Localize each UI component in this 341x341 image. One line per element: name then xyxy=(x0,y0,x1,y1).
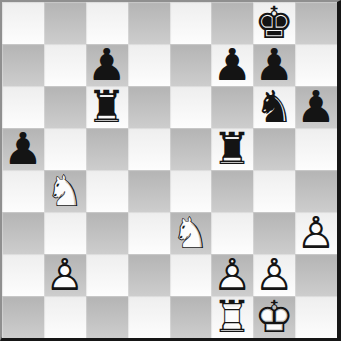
square-f2[interactable]: ♟♙ xyxy=(211,254,253,296)
square-e1[interactable] xyxy=(170,296,212,338)
square-b5[interactable] xyxy=(44,128,86,170)
square-e2[interactable] xyxy=(170,254,212,296)
square-b8[interactable] xyxy=(44,2,86,44)
square-b3[interactable] xyxy=(44,212,86,254)
square-c8[interactable] xyxy=(86,2,128,44)
square-d8[interactable] xyxy=(128,2,170,44)
square-a1[interactable] xyxy=(2,296,44,338)
square-d5[interactable] xyxy=(128,128,170,170)
square-f3[interactable] xyxy=(211,212,253,254)
black-rook-c6: ♜ xyxy=(87,86,126,128)
square-a6[interactable] xyxy=(2,86,44,128)
square-g2[interactable]: ♟♙ xyxy=(253,254,295,296)
square-g6[interactable]: ♞ xyxy=(253,86,295,128)
black-pawn-c7: ♟ xyxy=(87,44,126,86)
white-king-g1: ♚♔ xyxy=(254,296,293,338)
square-d2[interactable] xyxy=(128,254,170,296)
square-h1[interactable] xyxy=(295,296,337,338)
black-king-g8: ♚ xyxy=(254,2,293,44)
square-c5[interactable] xyxy=(86,128,128,170)
square-d7[interactable] xyxy=(128,44,170,86)
square-c4[interactable] xyxy=(86,170,128,212)
square-b4[interactable]: ♞♘ xyxy=(44,170,86,212)
square-d6[interactable] xyxy=(128,86,170,128)
square-d4[interactable] xyxy=(128,170,170,212)
square-a8[interactable] xyxy=(2,2,44,44)
square-e5[interactable] xyxy=(170,128,212,170)
square-c2[interactable] xyxy=(86,254,128,296)
square-g5[interactable] xyxy=(253,128,295,170)
square-c7[interactable]: ♟ xyxy=(86,44,128,86)
square-e4[interactable] xyxy=(170,170,212,212)
white-rook-f1: ♜♖ xyxy=(213,296,252,338)
square-d1[interactable] xyxy=(128,296,170,338)
white-knight-e3: ♞♘ xyxy=(171,212,210,254)
chess-board: ♚♟♟♟♜♞♟♟♜♞♘♞♘♟♙♟♙♟♙♟♙♜♖♚♔ xyxy=(0,0,341,341)
square-a5[interactable]: ♟ xyxy=(2,128,44,170)
square-f8[interactable] xyxy=(211,2,253,44)
white-knight-b4: ♞♘ xyxy=(45,170,84,212)
square-c3[interactable] xyxy=(86,212,128,254)
white-pawn-h3: ♟♙ xyxy=(296,212,335,254)
square-f1[interactable]: ♜♖ xyxy=(211,296,253,338)
square-g8[interactable]: ♚ xyxy=(253,2,295,44)
square-g1[interactable]: ♚♔ xyxy=(253,296,295,338)
square-b7[interactable] xyxy=(44,44,86,86)
square-f4[interactable] xyxy=(211,170,253,212)
square-h5[interactable] xyxy=(295,128,337,170)
square-h2[interactable] xyxy=(295,254,337,296)
square-a3[interactable] xyxy=(2,212,44,254)
square-e6[interactable] xyxy=(170,86,212,128)
square-f6[interactable] xyxy=(211,86,253,128)
square-a2[interactable] xyxy=(2,254,44,296)
black-pawn-f7: ♟ xyxy=(213,44,252,86)
black-knight-g6: ♞ xyxy=(254,86,293,128)
square-f5[interactable]: ♜ xyxy=(211,128,253,170)
black-pawn-h6: ♟ xyxy=(296,86,335,128)
black-pawn-a5: ♟ xyxy=(3,128,42,170)
square-e7[interactable] xyxy=(170,44,212,86)
black-rook-f5: ♜ xyxy=(213,128,252,170)
square-f7[interactable]: ♟ xyxy=(211,44,253,86)
square-c6[interactable]: ♜ xyxy=(86,86,128,128)
square-a7[interactable] xyxy=(2,44,44,86)
white-pawn-b2: ♟♙ xyxy=(45,254,84,296)
square-g7[interactable]: ♟ xyxy=(253,44,295,86)
square-g3[interactable] xyxy=(253,212,295,254)
square-b6[interactable] xyxy=(44,86,86,128)
square-h7[interactable] xyxy=(295,44,337,86)
square-c1[interactable] xyxy=(86,296,128,338)
square-h6[interactable]: ♟ xyxy=(295,86,337,128)
white-pawn-g2: ♟♙ xyxy=(254,254,293,296)
square-e3[interactable]: ♞♘ xyxy=(170,212,212,254)
square-d3[interactable] xyxy=(128,212,170,254)
square-b1[interactable] xyxy=(44,296,86,338)
square-h4[interactable] xyxy=(295,170,337,212)
black-pawn-g7: ♟ xyxy=(254,44,293,86)
square-g4[interactable] xyxy=(253,170,295,212)
square-h8[interactable] xyxy=(295,2,337,44)
white-pawn-f2: ♟♙ xyxy=(213,254,252,296)
square-b2[interactable]: ♟♙ xyxy=(44,254,86,296)
square-e8[interactable] xyxy=(170,2,212,44)
square-a4[interactable] xyxy=(2,170,44,212)
square-h3[interactable]: ♟♙ xyxy=(295,212,337,254)
